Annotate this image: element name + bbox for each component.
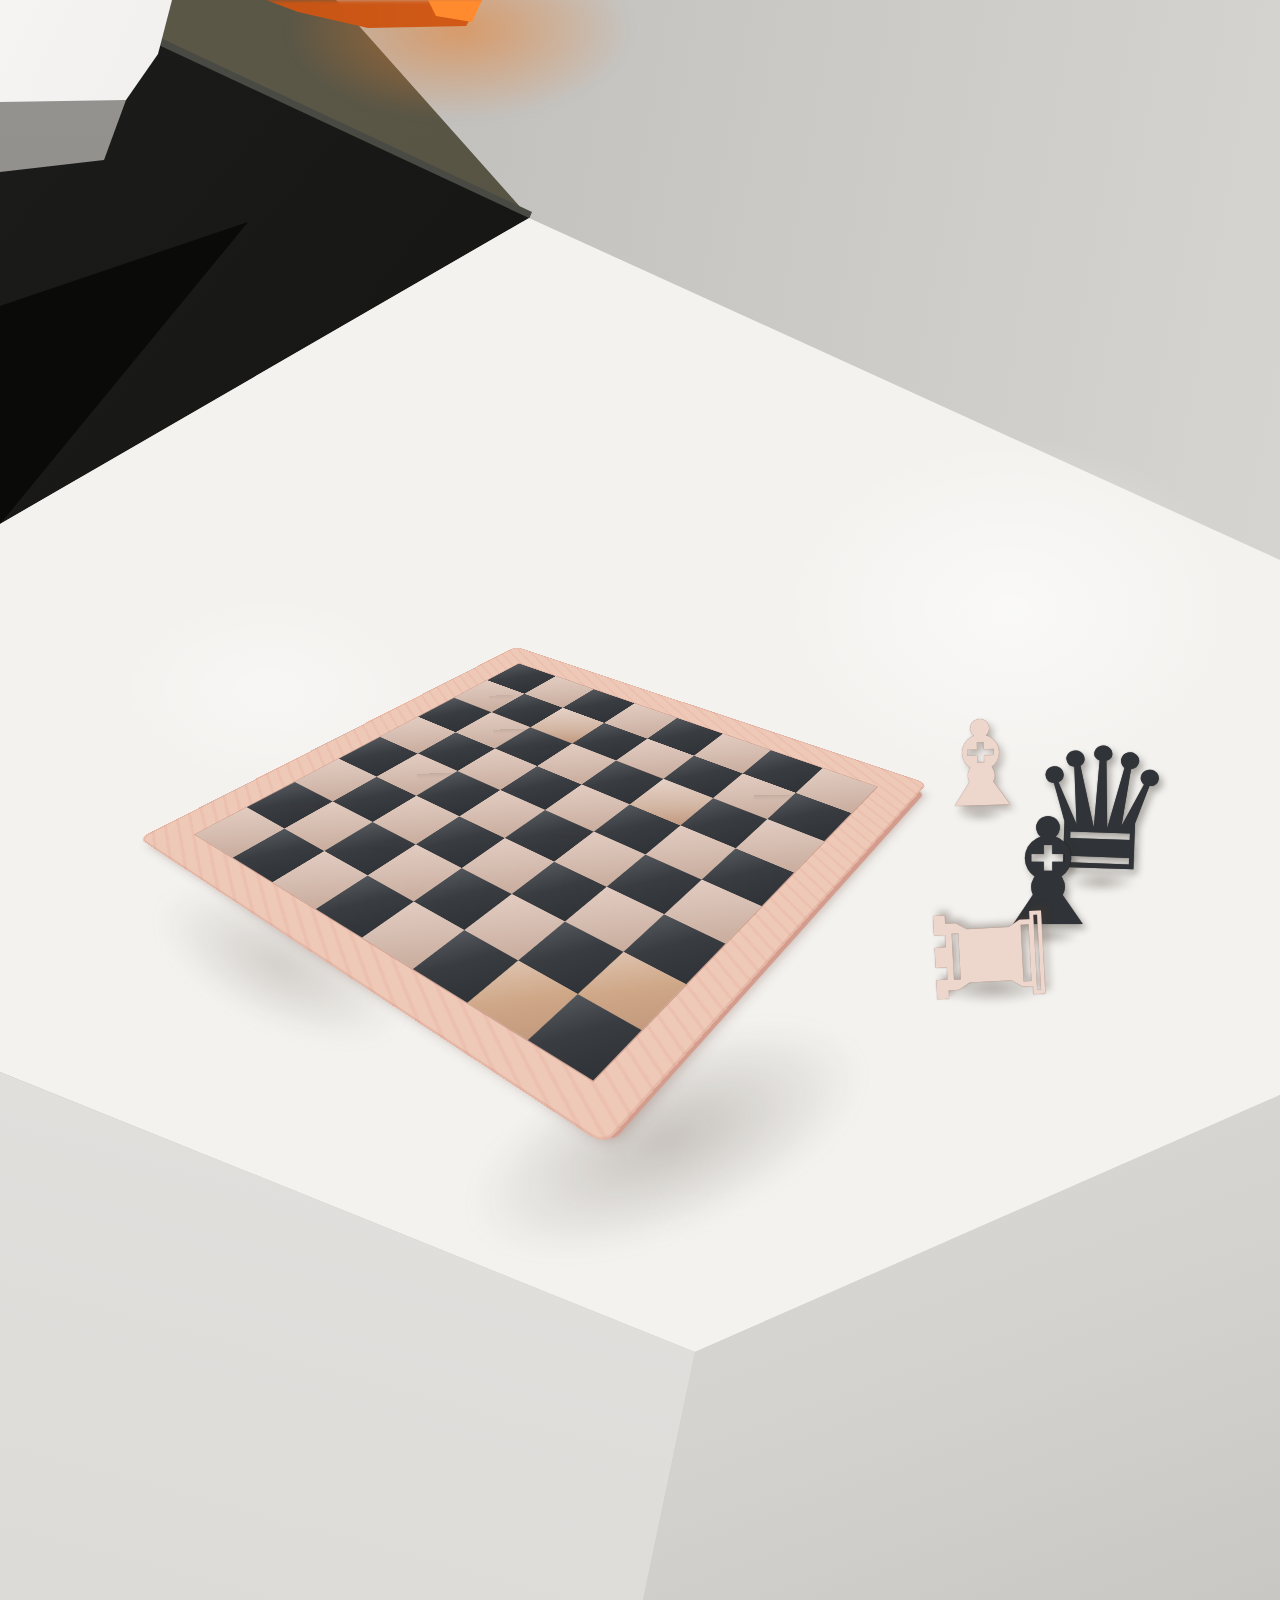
- photo-scene: ♛♟♞♞♞♜♜♞ ♝♛♝♜: [0, 0, 1280, 1600]
- square-a4: [362, 901, 464, 968]
- square-d4: ♜: [505, 810, 593, 861]
- chess-board: ♛♟♞♞♞♜♜♞: [259, 524, 831, 1096]
- board-grid: ♛♟♞♞♞♜♜♞: [195, 664, 876, 1081]
- piece-glyph: ♜: [491, 724, 605, 851]
- square-h1: [795, 768, 876, 813]
- piece-glyph: ♟: [699, 690, 807, 810]
- piece-glyph: ♞: [311, 735, 427, 864]
